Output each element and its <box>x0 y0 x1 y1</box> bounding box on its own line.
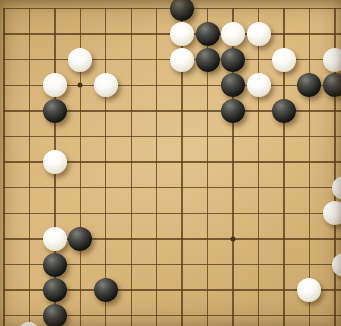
black-stone[interactable] <box>94 278 118 302</box>
white-stone[interactable] <box>17 322 41 326</box>
white-stone[interactable] <box>323 48 341 72</box>
white-stone[interactable] <box>323 201 341 225</box>
black-stone[interactable] <box>43 99 67 123</box>
black-stone[interactable] <box>272 99 296 123</box>
white-stone[interactable] <box>170 48 194 72</box>
board-vertical-line <box>3 8 4 326</box>
white-stone[interactable] <box>247 73 271 97</box>
board-horizontal-line <box>3 136 341 137</box>
white-stone[interactable] <box>272 48 296 72</box>
board-vertical-line <box>131 8 132 326</box>
board-vertical-line <box>29 8 30 326</box>
white-stone[interactable] <box>68 48 92 72</box>
black-stone[interactable] <box>221 99 245 123</box>
black-stone[interactable] <box>43 253 67 277</box>
white-stone[interactable] <box>43 73 67 97</box>
go-board-surface[interactable] <box>0 0 341 326</box>
go-board[interactable] <box>0 0 341 326</box>
board-vertical-line <box>258 8 259 326</box>
white-stone[interactable] <box>221 22 245 46</box>
board-horizontal-line <box>3 213 341 214</box>
black-stone[interactable] <box>196 48 220 72</box>
white-stone[interactable] <box>247 22 271 46</box>
star-point <box>231 236 236 241</box>
white-stone[interactable] <box>43 150 67 174</box>
black-stone[interactable] <box>68 227 92 251</box>
board-horizontal-line <box>3 187 341 188</box>
white-stone[interactable] <box>297 278 321 302</box>
black-stone[interactable] <box>43 304 67 326</box>
black-stone[interactable] <box>297 73 321 97</box>
black-stone[interactable] <box>170 0 194 21</box>
board-vertical-line <box>156 8 157 326</box>
star-point <box>78 83 83 88</box>
black-stone[interactable] <box>221 48 245 72</box>
black-stone[interactable] <box>196 22 220 46</box>
black-stone[interactable] <box>221 73 245 97</box>
white-stone[interactable] <box>170 22 194 46</box>
white-stone[interactable] <box>43 227 67 251</box>
black-stone[interactable] <box>43 278 67 302</box>
white-stone[interactable] <box>94 73 118 97</box>
black-stone[interactable] <box>323 73 341 97</box>
